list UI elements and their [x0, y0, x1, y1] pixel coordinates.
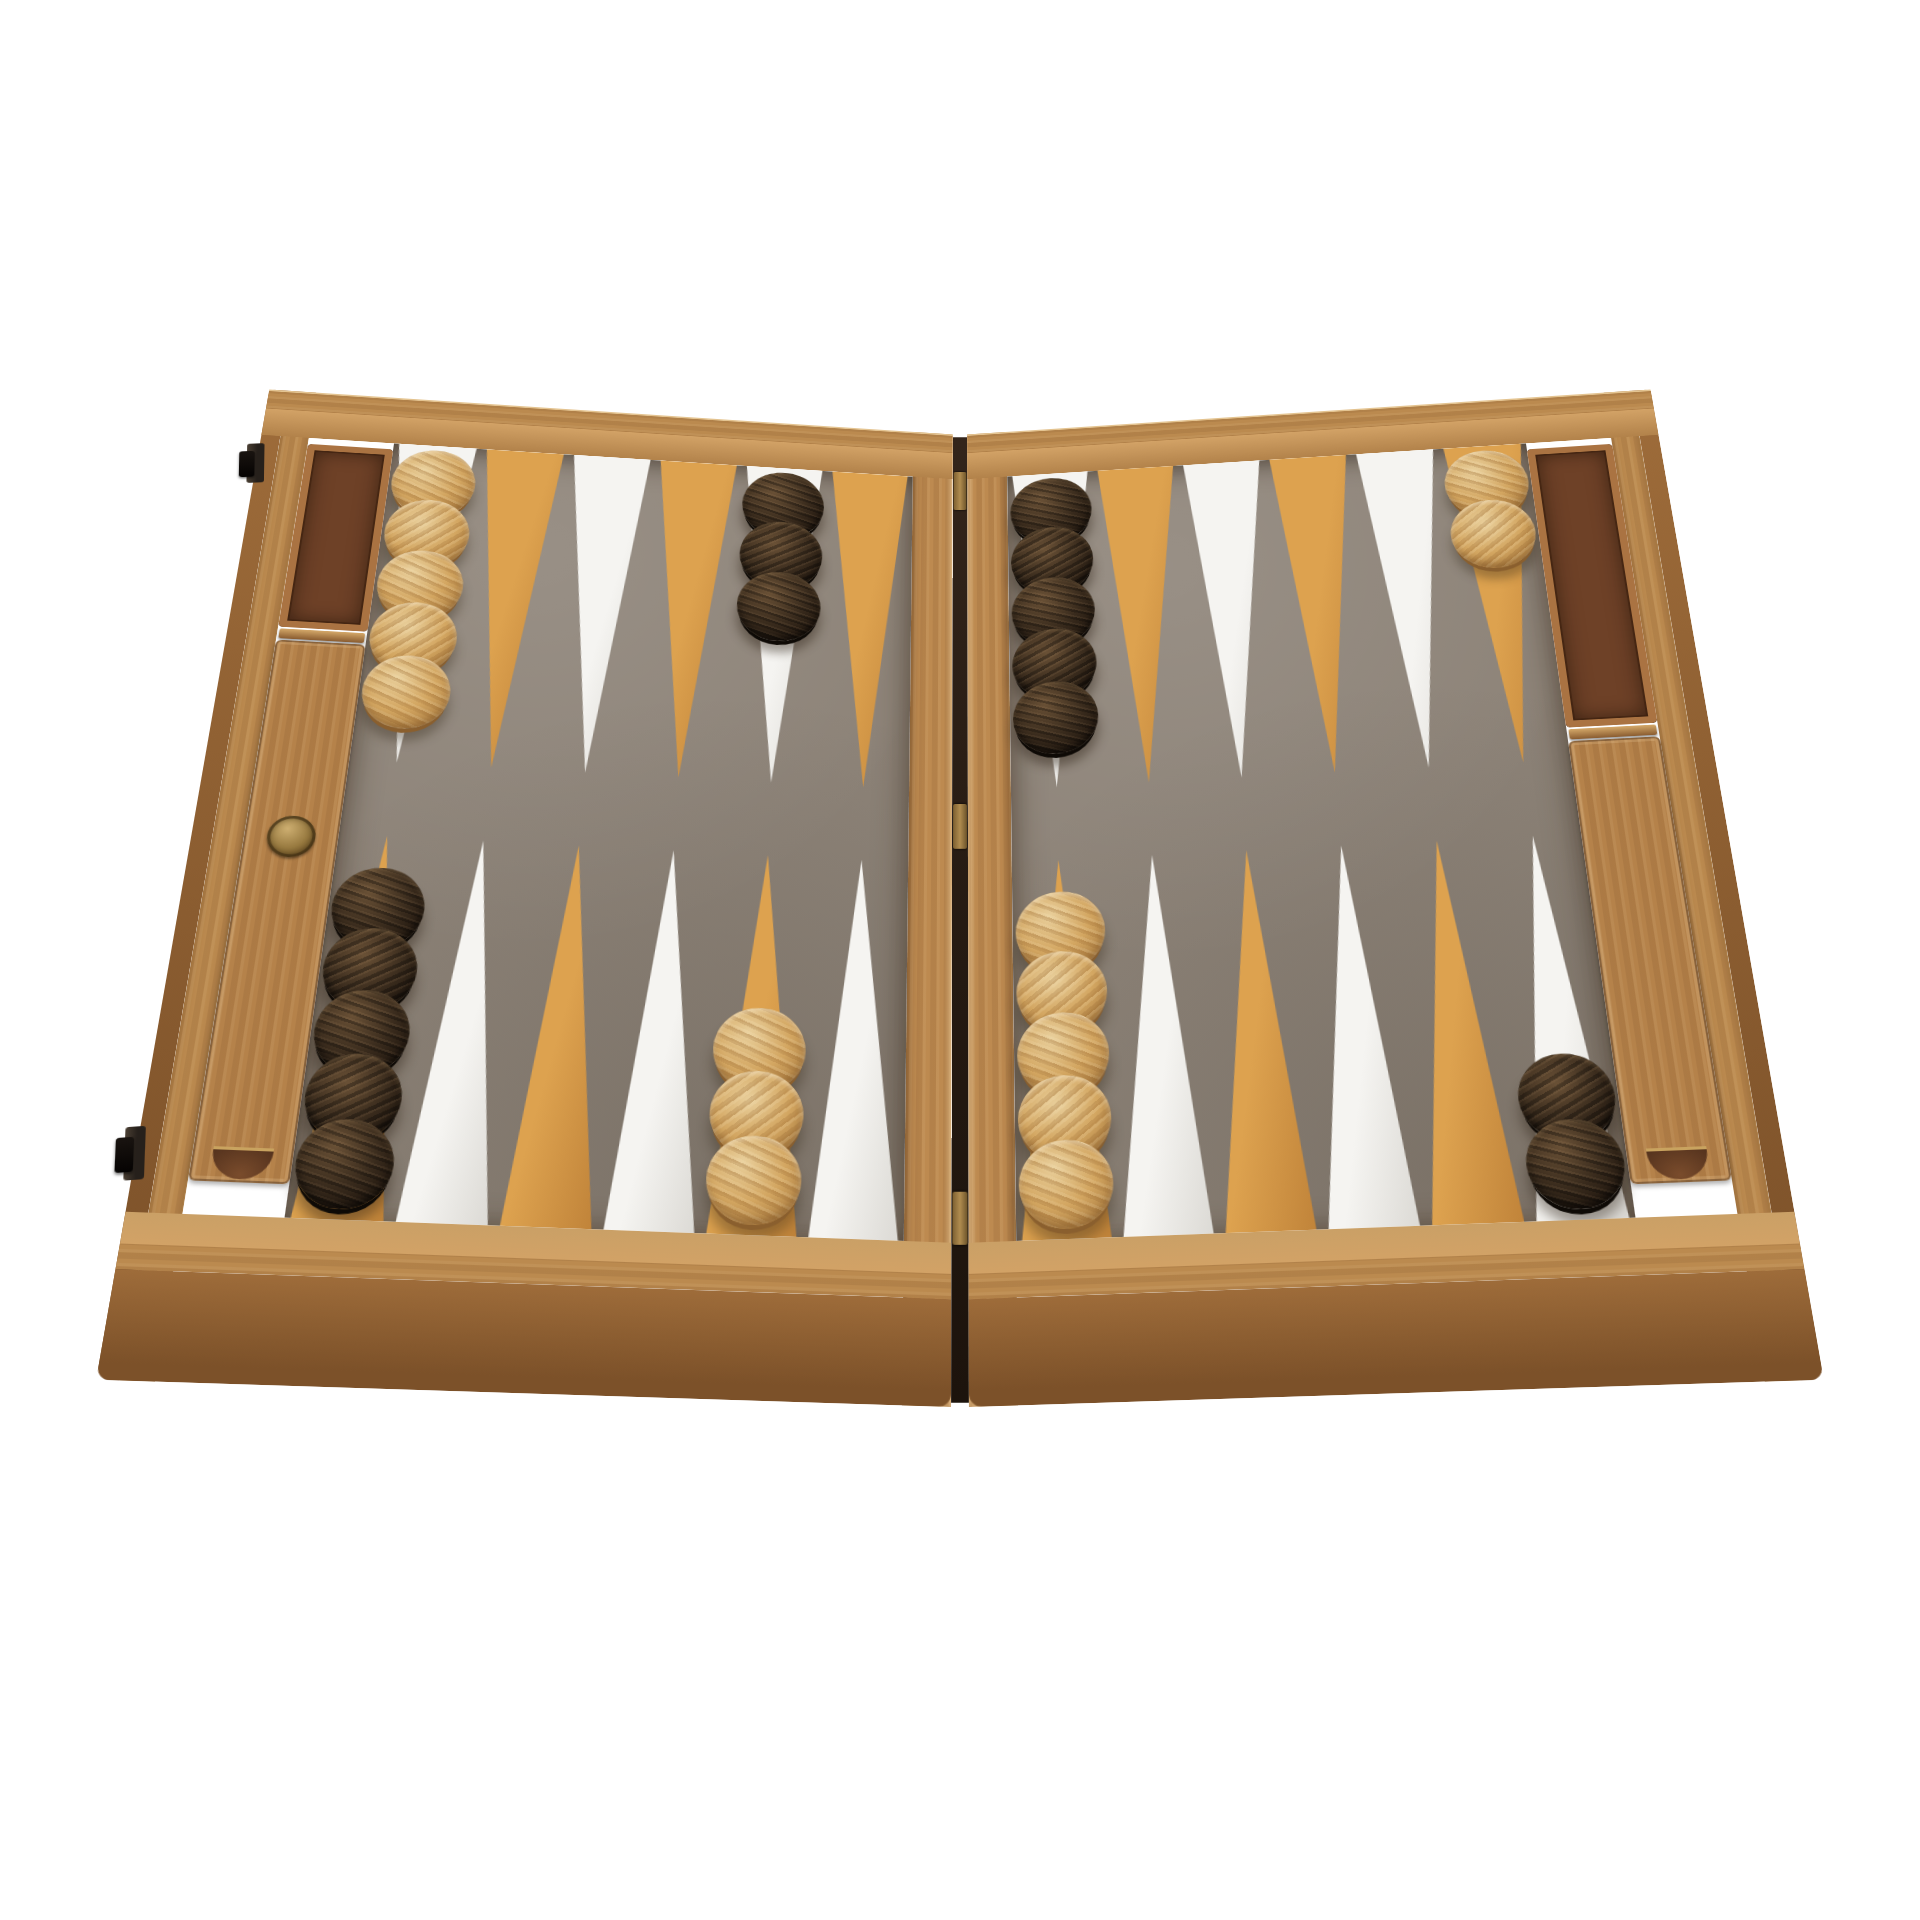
case-left-half [96, 390, 953, 1408]
brass-hinge [953, 804, 967, 849]
right-tray-finger-notch [1646, 1146, 1711, 1180]
checker-dark[interactable] [299, 1052, 407, 1144]
point-8-triangle-ochre [704, 853, 811, 1237]
checker-light[interactable] [1018, 1138, 1114, 1231]
point-6-triangle-ochre [1016, 858, 1114, 1241]
checker-dark[interactable] [1513, 1052, 1621, 1144]
checker-dark[interactable] [317, 926, 422, 1013]
point-11-triangle-white [394, 838, 528, 1225]
points-row-top-right [1007, 443, 1570, 789]
checker-dark[interactable] [289, 1117, 399, 1211]
point-18 [817, 471, 912, 790]
checker-light[interactable] [1016, 949, 1108, 1035]
point-18-triangle-ochre [821, 471, 909, 789]
point-2-triangle-ochre [1393, 838, 1527, 1225]
point-8 [700, 853, 815, 1237]
checker-light[interactable] [711, 1006, 807, 1094]
point-10-triangle-ochre [498, 843, 622, 1229]
points-row-bottom-left [285, 833, 909, 1241]
checker-dark[interactable] [308, 988, 414, 1077]
point-5-triangle-white [1109, 853, 1216, 1237]
point-2 [1389, 838, 1531, 1225]
left-tray-finger-notch [209, 1146, 274, 1180]
brass-medallion [264, 815, 318, 858]
point-4-triangle-ochre [1203, 848, 1319, 1233]
checker-dark[interactable] [326, 866, 429, 951]
case-latch[interactable] [239, 440, 269, 486]
points-row-top-left [349, 443, 912, 789]
checker-stack-point-17 [727, 470, 825, 791]
left-playing-field [285, 443, 913, 1241]
point-7-triangle-white [806, 858, 904, 1241]
checker-light[interactable] [1016, 1010, 1110, 1098]
case-right-half [967, 390, 1824, 1408]
backgammon-case [116, 434, 1803, 1407]
point-6 [1012, 858, 1118, 1241]
point-4 [1199, 848, 1322, 1233]
point-9-triangle-white [602, 848, 718, 1233]
point-11 [390, 838, 532, 1225]
points-row-bottom-right [1012, 833, 1636, 1241]
checker-stack-point-8 [704, 842, 813, 1226]
point-3 [1294, 843, 1426, 1229]
point-9 [597, 848, 720, 1233]
checker-light[interactable] [704, 1134, 803, 1227]
hinge-gap [951, 437, 969, 1402]
checker-light[interactable] [1017, 1073, 1112, 1163]
point-19 [1007, 471, 1102, 790]
point-10 [494, 843, 626, 1229]
checker-dark[interactable] [1521, 1117, 1631, 1211]
product-photo-open-backgammon-case [0, 0, 1920, 1920]
checker-stack-point-6 [1014, 847, 1114, 1230]
brass-hinge [952, 1192, 967, 1245]
checker-light[interactable] [707, 1069, 805, 1160]
checker-light[interactable] [1015, 890, 1106, 974]
point-17 [725, 466, 828, 785]
point-3-triangle-white [1297, 843, 1421, 1229]
point-20-triangle-ochre [1096, 466, 1192, 785]
brass-hinge [954, 472, 967, 510]
point-7 [802, 858, 908, 1241]
checker-stack-point-19 [1010, 476, 1101, 797]
point-5 [1105, 853, 1220, 1237]
point-16-triangle-ochre [636, 460, 739, 779]
right-playing-field [1007, 443, 1635, 1241]
